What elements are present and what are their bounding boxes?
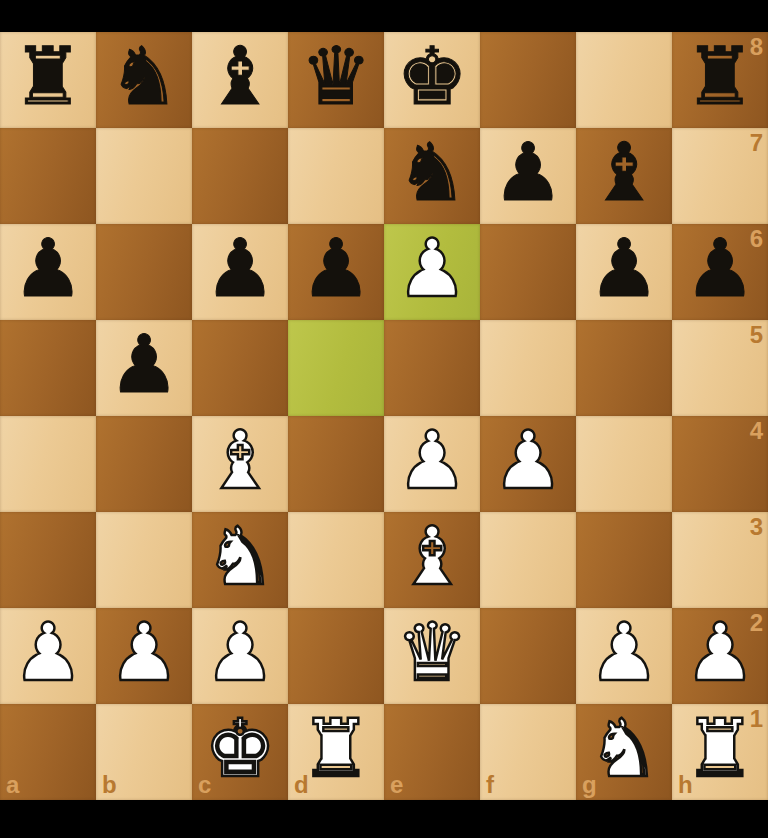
piece-black-pawn[interactable]: ♟	[300, 221, 372, 317]
square-d6[interactable]: ♟	[288, 224, 384, 320]
piece-black-pawn[interactable]: ♟	[492, 125, 564, 221]
square-b3[interactable]	[96, 512, 192, 608]
square-f3[interactable]	[480, 512, 576, 608]
square-c8[interactable]: ♝	[192, 32, 288, 128]
square-g7[interactable]: ♝	[576, 128, 672, 224]
square-c2[interactable]: ♟	[192, 608, 288, 704]
square-d3[interactable]	[288, 512, 384, 608]
piece-black-bishop[interactable]: ♝	[204, 29, 276, 125]
square-c5[interactable]	[192, 320, 288, 416]
piece-white-pawn[interactable]: ♟	[204, 605, 276, 701]
square-c1[interactable]: ♚c	[192, 704, 288, 800]
piece-black-knight[interactable]: ♞	[108, 29, 180, 125]
file-label-e: e	[390, 773, 403, 797]
square-e7[interactable]: ♞	[384, 128, 480, 224]
square-a3[interactable]	[0, 512, 96, 608]
square-a5[interactable]	[0, 320, 96, 416]
square-b1[interactable]: b	[96, 704, 192, 800]
square-g6[interactable]: ♟	[576, 224, 672, 320]
file-label-f: f	[486, 773, 494, 797]
square-g2[interactable]: ♟	[576, 608, 672, 704]
square-a7[interactable]	[0, 128, 96, 224]
square-e1[interactable]: e	[384, 704, 480, 800]
square-d5[interactable]	[288, 320, 384, 416]
square-a1[interactable]: a	[0, 704, 96, 800]
square-h3[interactable]: 3	[672, 512, 768, 608]
square-e5[interactable]	[384, 320, 480, 416]
square-g1[interactable]: ♞g	[576, 704, 672, 800]
square-d2[interactable]	[288, 608, 384, 704]
rank-label-4: 4	[750, 419, 763, 443]
file-label-b: b	[102, 773, 117, 797]
file-label-a: a	[6, 773, 19, 797]
piece-white-king[interactable]: ♚	[204, 701, 276, 797]
square-f5[interactable]	[480, 320, 576, 416]
piece-black-pawn[interactable]: ♟	[588, 221, 660, 317]
square-g8[interactable]	[576, 32, 672, 128]
square-h8[interactable]: ♜8	[672, 32, 768, 128]
square-d4[interactable]	[288, 416, 384, 512]
piece-black-bishop[interactable]: ♝	[588, 125, 660, 221]
square-g3[interactable]	[576, 512, 672, 608]
piece-black-rook[interactable]: ♜	[684, 29, 756, 125]
piece-white-pawn[interactable]: ♟	[396, 221, 468, 317]
square-a4[interactable]	[0, 416, 96, 512]
square-h6[interactable]: ♟6	[672, 224, 768, 320]
square-h2[interactable]: ♟2	[672, 608, 768, 704]
piece-white-pawn[interactable]: ♟	[492, 413, 564, 509]
square-e4[interactable]: ♟	[384, 416, 480, 512]
square-c3[interactable]: ♞	[192, 512, 288, 608]
square-h5[interactable]: 5	[672, 320, 768, 416]
rank-label-3: 3	[750, 515, 763, 539]
piece-black-pawn[interactable]: ♟	[684, 221, 756, 317]
app-background: ♜♞♝♛♚♜8♞♟♝7♟♟♟♟♟♟6♟5♝♟♟4♞♝3♟♟♟♛♟♟2ab♚c♜d…	[0, 0, 768, 838]
piece-black-pawn[interactable]: ♟	[108, 317, 180, 413]
piece-white-pawn[interactable]: ♟	[12, 605, 84, 701]
square-h7[interactable]: 7	[672, 128, 768, 224]
square-c6[interactable]: ♟	[192, 224, 288, 320]
piece-white-rook[interactable]: ♜	[300, 701, 372, 797]
piece-white-queen[interactable]: ♛	[396, 605, 468, 701]
piece-white-pawn[interactable]: ♟	[588, 605, 660, 701]
piece-white-pawn[interactable]: ♟	[684, 605, 756, 701]
piece-black-pawn[interactable]: ♟	[12, 221, 84, 317]
square-f6[interactable]	[480, 224, 576, 320]
piece-black-king[interactable]: ♚	[396, 29, 468, 125]
piece-black-knight[interactable]: ♞	[396, 125, 468, 221]
square-h4[interactable]: 4	[672, 416, 768, 512]
piece-black-pawn[interactable]: ♟	[204, 221, 276, 317]
piece-white-bishop[interactable]: ♝	[204, 413, 276, 509]
square-e8[interactable]: ♚	[384, 32, 480, 128]
square-a6[interactable]: ♟	[0, 224, 96, 320]
square-f2[interactable]	[480, 608, 576, 704]
piece-white-pawn[interactable]: ♟	[396, 413, 468, 509]
square-g4[interactable]	[576, 416, 672, 512]
square-c7[interactable]	[192, 128, 288, 224]
square-f4[interactable]: ♟	[480, 416, 576, 512]
square-b5[interactable]: ♟	[96, 320, 192, 416]
square-b7[interactable]	[96, 128, 192, 224]
chess-board: ♜♞♝♛♚♜8♞♟♝7♟♟♟♟♟♟6♟5♝♟♟4♞♝3♟♟♟♛♟♟2ab♚c♜d…	[0, 32, 768, 800]
square-g5[interactable]	[576, 320, 672, 416]
square-h1[interactable]: ♜1h	[672, 704, 768, 800]
piece-black-queen[interactable]: ♛	[300, 29, 372, 125]
square-e6[interactable]: ♟	[384, 224, 480, 320]
square-b8[interactable]: ♞	[96, 32, 192, 128]
piece-black-rook[interactable]: ♜	[12, 29, 84, 125]
square-d8[interactable]: ♛	[288, 32, 384, 128]
square-d7[interactable]	[288, 128, 384, 224]
square-d1[interactable]: ♜d	[288, 704, 384, 800]
piece-white-knight[interactable]: ♞	[204, 509, 276, 605]
piece-white-rook[interactable]: ♜	[684, 701, 756, 797]
square-a8[interactable]: ♜	[0, 32, 96, 128]
square-b6[interactable]	[96, 224, 192, 320]
square-e2[interactable]: ♛	[384, 608, 480, 704]
square-b2[interactable]: ♟	[96, 608, 192, 704]
square-f1[interactable]: f	[480, 704, 576, 800]
rank-label-5: 5	[750, 323, 763, 347]
piece-white-pawn[interactable]: ♟	[108, 605, 180, 701]
piece-white-bishop[interactable]: ♝	[396, 509, 468, 605]
square-a2[interactable]: ♟	[0, 608, 96, 704]
square-e3[interactable]: ♝	[384, 512, 480, 608]
square-f8[interactable]	[480, 32, 576, 128]
square-b4[interactable]	[96, 416, 192, 512]
piece-white-knight[interactable]: ♞	[588, 701, 660, 797]
square-f7[interactable]: ♟	[480, 128, 576, 224]
rank-label-7: 7	[750, 131, 763, 155]
square-c4[interactable]: ♝	[192, 416, 288, 512]
